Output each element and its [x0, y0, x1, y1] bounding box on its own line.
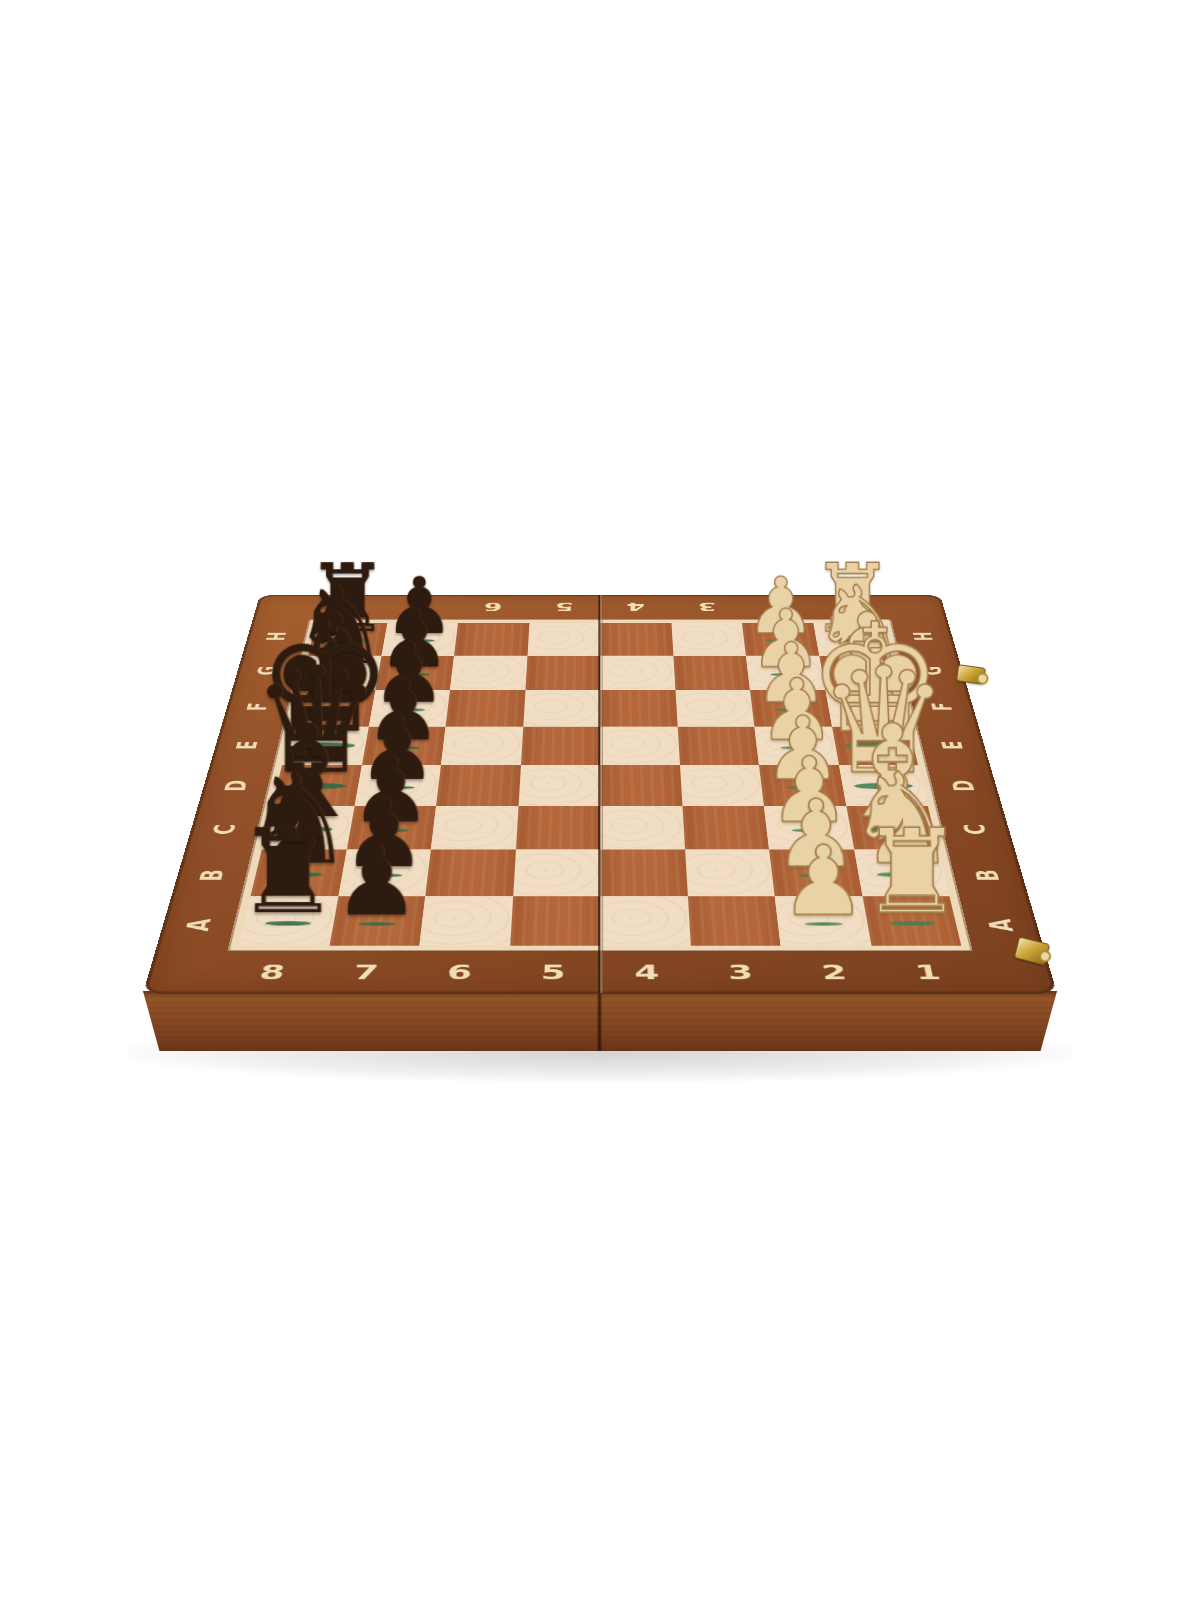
board-fold-seam: [597, 595, 603, 994]
square-a4: [600, 896, 690, 946]
square-c4: [600, 806, 685, 850]
square-e3: [677, 726, 759, 765]
label-rank-4-back: 4: [600, 595, 672, 619]
square-h3: [671, 623, 746, 656]
label-rank-6-back: 6: [456, 595, 530, 619]
square-e4: [600, 726, 680, 765]
square-a2: ♟: [775, 896, 871, 946]
square-d4: [600, 765, 682, 806]
label-rank-3-front: 3: [692, 951, 790, 994]
square-f5: [523, 690, 600, 726]
square-f4: [600, 690, 677, 726]
square-a3: [687, 896, 780, 946]
square-b4: [600, 850, 687, 896]
square-a1: ♜: [862, 896, 961, 946]
label-rank-3-back: 3: [671, 595, 745, 619]
label-rank-5-front: 5: [505, 951, 600, 994]
square-a5: [510, 896, 600, 946]
square-a7: ♟: [329, 896, 425, 946]
square-c3: [682, 806, 769, 850]
piece-black-rook-a8: ♜: [235, 817, 340, 928]
square-d5: [518, 765, 600, 806]
square-h5: [527, 623, 600, 656]
square-f6: [446, 690, 525, 726]
square-d6: [436, 765, 520, 806]
label-rank-1-front: 1: [877, 951, 980, 994]
square-g3: [673, 656, 750, 690]
square-e6: [441, 726, 523, 765]
square-b6: [425, 850, 515, 896]
square-f3: [675, 690, 754, 726]
chess-board: 87654321 87654321 HGFEDCBA HGFEDCBA ♜♟♟♜…: [143, 595, 1057, 994]
square-g6: [450, 656, 527, 690]
square-a8: ♜: [239, 896, 338, 946]
label-rank-7-front: 7: [315, 951, 415, 994]
piece-white-pawn-a2: ♟: [780, 836, 867, 928]
label-rank-5-back: 5: [528, 595, 600, 619]
square-a6: [419, 896, 512, 946]
label-rank-6-front: 6: [410, 951, 508, 994]
square-e5: [521, 726, 601, 765]
piece-black-pawn-a7: ♟: [334, 836, 421, 928]
label-rank-4-front: 4: [600, 951, 695, 994]
square-b5: [513, 850, 600, 896]
piece-white-rook-a1: ♜: [860, 817, 965, 928]
square-g5: [525, 656, 600, 690]
photo-scene: 87654321 87654321 HGFEDCBA HGFEDCBA ♜♟♟♜…: [0, 0, 1200, 1600]
square-g4: [600, 656, 675, 690]
square-h4: [600, 623, 673, 656]
square-d3: [680, 765, 764, 806]
box-side-fold-seam: [597, 991, 602, 1051]
square-b3: [685, 850, 775, 896]
square-h6: [454, 623, 529, 656]
label-rank-2-front: 2: [785, 951, 885, 994]
label-rank-8-front: 8: [220, 951, 323, 994]
square-c6: [431, 806, 518, 850]
square-c5: [515, 806, 600, 850]
